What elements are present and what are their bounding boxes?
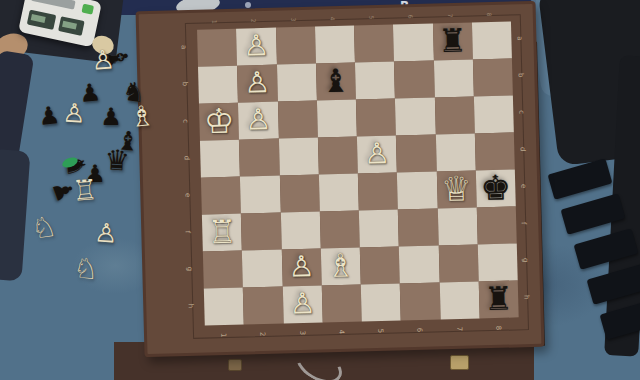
file-label-right-h: h bbox=[522, 295, 530, 300]
square-d4[interactable] bbox=[318, 137, 358, 175]
file-label-right-a: a bbox=[515, 36, 523, 41]
square-c6[interactable] bbox=[395, 98, 435, 136]
square-f2[interactable] bbox=[241, 213, 281, 251]
file-label-left-f: f bbox=[184, 231, 192, 234]
square-g6[interactable] bbox=[399, 245, 439, 283]
rank-label-bottom-6: 6 bbox=[415, 328, 423, 333]
file-label-left-e: e bbox=[183, 193, 191, 198]
square-a7[interactable]: ♜ bbox=[432, 22, 472, 60]
file-label-right-e: e bbox=[519, 184, 527, 189]
square-h1[interactable] bbox=[204, 288, 244, 326]
file-label-right-c: c bbox=[517, 110, 525, 114]
square-f1[interactable]: ♖ bbox=[202, 214, 242, 252]
rank-label-top-8: 8 bbox=[486, 13, 493, 17]
rank-label-top-3: 3 bbox=[290, 18, 297, 22]
square-b4[interactable]: ♝ bbox=[316, 63, 356, 101]
square-h8[interactable]: ♜ bbox=[478, 280, 518, 318]
square-d2[interactable] bbox=[239, 139, 279, 177]
square-g4[interactable]: ♗ bbox=[321, 248, 361, 286]
square-d8[interactable] bbox=[475, 132, 515, 170]
piece-white-queen-e7[interactable]: ♕ bbox=[441, 171, 472, 206]
rank-label-bottom-2: 2 bbox=[258, 332, 266, 337]
square-b6[interactable] bbox=[394, 61, 434, 99]
square-f3[interactable] bbox=[280, 212, 320, 250]
clock-green-button[interactable] bbox=[81, 4, 94, 15]
clock-left-digits bbox=[31, 14, 46, 23]
square-f5[interactable] bbox=[359, 209, 399, 247]
piece-white-pawn-c2[interactable]: ♙ bbox=[245, 105, 272, 135]
square-e2[interactable] bbox=[240, 176, 280, 214]
square-e1[interactable] bbox=[201, 177, 241, 215]
case-hinge bbox=[228, 359, 242, 371]
square-c5[interactable] bbox=[356, 99, 396, 137]
clock-rocker-bar[interactable] bbox=[31, 0, 76, 10]
square-h7[interactable] bbox=[439, 281, 479, 319]
square-g8[interactable] bbox=[478, 243, 518, 281]
square-e6[interactable] bbox=[397, 171, 437, 209]
square-d7[interactable] bbox=[435, 133, 475, 171]
captured-white-pawn: ♙ bbox=[62, 99, 87, 126]
piece-white-king-c1[interactable]: ♔ bbox=[203, 103, 234, 138]
box-slot bbox=[548, 158, 613, 200]
clock-right-display bbox=[58, 16, 85, 36]
rank-label-bottom-5: 5 bbox=[376, 329, 384, 334]
file-label-left-g: g bbox=[185, 267, 193, 272]
square-h5[interactable] bbox=[361, 283, 401, 321]
square-c7[interactable] bbox=[434, 96, 474, 134]
square-b7[interactable] bbox=[433, 59, 473, 97]
rank-label-top-2: 2 bbox=[250, 19, 257, 23]
tournament-photo: R ♙♜♙♝♔♙♙♕♚♖♙♗♙♜ 1122334455667788aabbccd… bbox=[0, 0, 640, 380]
square-e4[interactable] bbox=[319, 174, 359, 212]
captured-black-pawn: ♟ bbox=[37, 103, 61, 129]
square-h6[interactable] bbox=[400, 282, 440, 320]
player-leg bbox=[0, 149, 30, 281]
square-g7[interactable] bbox=[438, 244, 478, 282]
square-d1[interactable] bbox=[200, 140, 240, 178]
square-e7[interactable]: ♕ bbox=[436, 170, 476, 208]
square-a2[interactable]: ♙ bbox=[236, 28, 276, 66]
square-c4[interactable] bbox=[317, 100, 357, 138]
piece-white-rook-f1[interactable]: ♖ bbox=[207, 215, 237, 248]
piece-black-bishop-b4[interactable]: ♝ bbox=[321, 64, 351, 97]
square-c3[interactable] bbox=[277, 101, 317, 139]
file-label-right-g: g bbox=[521, 258, 529, 263]
chess-board: ♙♜♙♝♔♙♙♕♚♖♙♗♙♜ 1122334455667788aabbccdde… bbox=[136, 1, 545, 357]
piece-white-pawn-h3[interactable]: ♙ bbox=[289, 289, 316, 319]
square-e5[interactable] bbox=[358, 173, 398, 211]
square-f4[interactable] bbox=[320, 211, 360, 249]
file-label-left-c: c bbox=[181, 119, 189, 123]
file-label-right-b: b bbox=[517, 73, 525, 78]
captured-black-queen: ♛ bbox=[104, 146, 131, 175]
file-label-right-f: f bbox=[519, 222, 527, 225]
clock-left-display bbox=[27, 10, 57, 30]
square-b3[interactable] bbox=[276, 64, 316, 102]
square-a1[interactable] bbox=[197, 29, 237, 67]
square-a4[interactable] bbox=[315, 26, 355, 64]
rank-label-bottom-1: 1 bbox=[219, 333, 227, 338]
piece-white-bishop-g4[interactable]: ♗ bbox=[326, 249, 356, 282]
file-label-left-b: b bbox=[181, 82, 189, 87]
rank-label-bottom-3: 3 bbox=[298, 331, 306, 336]
rank-label-top-5: 5 bbox=[368, 16, 375, 20]
file-label-left-a: a bbox=[180, 45, 188, 50]
square-b1[interactable] bbox=[198, 66, 238, 104]
square-d5[interactable]: ♙ bbox=[357, 136, 397, 174]
captured-white-pawn: ♙ bbox=[93, 219, 118, 247]
file-label-left-d: d bbox=[183, 156, 191, 161]
captured-white-knight: ♘ bbox=[30, 212, 59, 243]
square-f7[interactable] bbox=[437, 207, 477, 245]
square-e8[interactable]: ♚ bbox=[476, 169, 516, 207]
square-g1[interactable] bbox=[203, 251, 243, 289]
piece-white-pawn-g3[interactable]: ♙ bbox=[288, 252, 315, 282]
captured-white-knight: ♘ bbox=[72, 254, 100, 284]
square-h3[interactable]: ♙ bbox=[282, 286, 322, 324]
square-b2[interactable]: ♙ bbox=[237, 65, 277, 103]
square-a6[interactable] bbox=[393, 24, 433, 62]
piece-black-king-e8[interactable]: ♚ bbox=[480, 170, 511, 205]
piece-black-rook-h8[interactable]: ♜ bbox=[484, 282, 514, 315]
piece-white-pawn-d5[interactable]: ♙ bbox=[364, 139, 391, 169]
square-h2[interactable] bbox=[243, 287, 283, 325]
square-e3[interactable] bbox=[279, 175, 319, 213]
square-g3[interactable]: ♙ bbox=[281, 249, 321, 287]
rank-label-top-6: 6 bbox=[407, 15, 414, 19]
square-a5[interactable] bbox=[354, 25, 394, 63]
rank-label-bottom-4: 4 bbox=[337, 330, 345, 335]
square-d6[interactable] bbox=[396, 134, 436, 172]
square-g2[interactable] bbox=[242, 250, 282, 288]
square-c2[interactable]: ♙ bbox=[238, 102, 278, 140]
square-g5[interactable] bbox=[360, 246, 400, 284]
piece-black-rook-a7[interactable]: ♜ bbox=[438, 24, 468, 57]
rank-label-bottom-8: 8 bbox=[494, 326, 502, 331]
square-b5[interactable] bbox=[355, 62, 395, 100]
rank-label-top-1: 1 bbox=[211, 20, 218, 24]
square-f6[interactable] bbox=[398, 208, 438, 246]
piece-white-pawn-b2[interactable]: ♙ bbox=[244, 68, 271, 98]
captured-white-rook: ♖ bbox=[71, 176, 98, 206]
square-d3[interactable] bbox=[278, 138, 318, 176]
player-sleeve bbox=[0, 50, 34, 164]
rank-label-top-4: 4 bbox=[329, 17, 336, 21]
file-label-right-d: d bbox=[518, 147, 526, 152]
square-f8[interactable] bbox=[477, 206, 517, 244]
board-squares: ♙♜♙♝♔♙♙♕♚♖♙♗♙♜ bbox=[197, 21, 519, 325]
square-a3[interactable] bbox=[276, 27, 316, 65]
rank-label-top-7: 7 bbox=[447, 14, 454, 18]
rank-label-bottom-7: 7 bbox=[455, 327, 463, 332]
square-a8[interactable] bbox=[472, 21, 512, 59]
file-label-left-h: h bbox=[186, 304, 194, 309]
square-h4[interactable] bbox=[322, 284, 362, 322]
square-c1[interactable]: ♔ bbox=[199, 103, 239, 141]
square-c8[interactable] bbox=[474, 95, 514, 133]
case-clasp[interactable] bbox=[450, 355, 469, 370]
captured-white-bishop: ♗ bbox=[128, 102, 156, 132]
piece-white-pawn-a2[interactable]: ♙ bbox=[243, 31, 270, 61]
captured-white-pawn: ♙ bbox=[90, 46, 115, 74]
banner-text-fragment bbox=[245, 2, 251, 8]
square-b8[interactable] bbox=[473, 58, 513, 96]
clock-right-digits bbox=[62, 21, 77, 30]
